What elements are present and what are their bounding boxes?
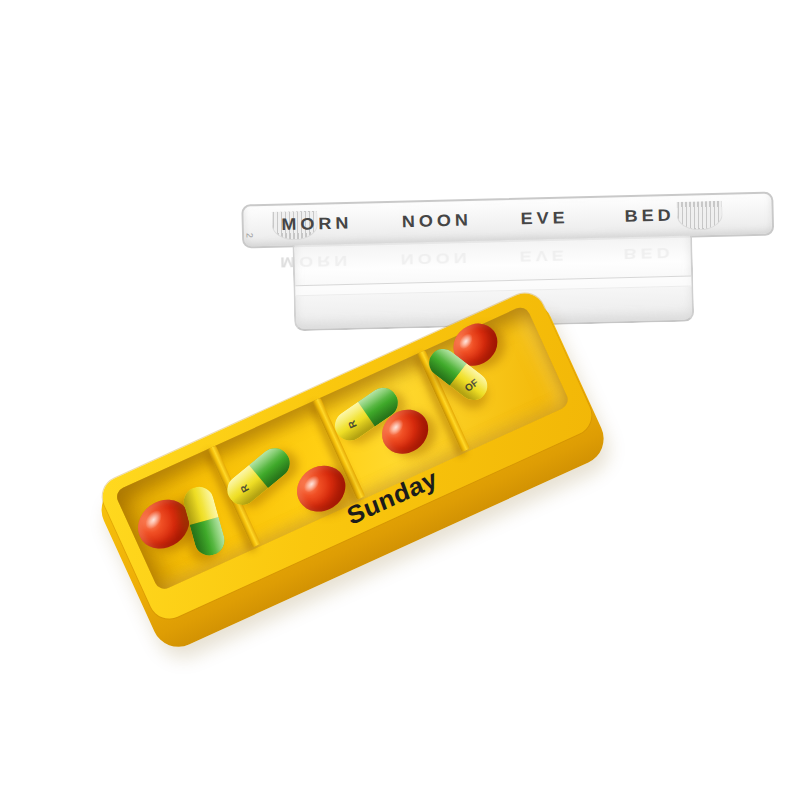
- lid-slot-label-bed: BED: [624, 206, 674, 227]
- lid-slot-label-eve: EVE: [520, 208, 568, 228]
- product-photo-scene: 2 MORN NOON EVE BED MORN NOON EVE BED: [0, 0, 800, 800]
- lid-slot-label-morn: MORN: [281, 214, 352, 235]
- capsule-imprint: R: [345, 419, 358, 430]
- lid-body-ledge: [295, 276, 691, 297]
- lid-slot-label-noon: NOON: [402, 211, 472, 232]
- capsule-imprint: R: [238, 482, 251, 494]
- lid-mold-mark: 2: [244, 233, 254, 238]
- lid-thumb-grip-right-icon: [676, 201, 723, 231]
- capsule-imprint: OF: [462, 376, 480, 393]
